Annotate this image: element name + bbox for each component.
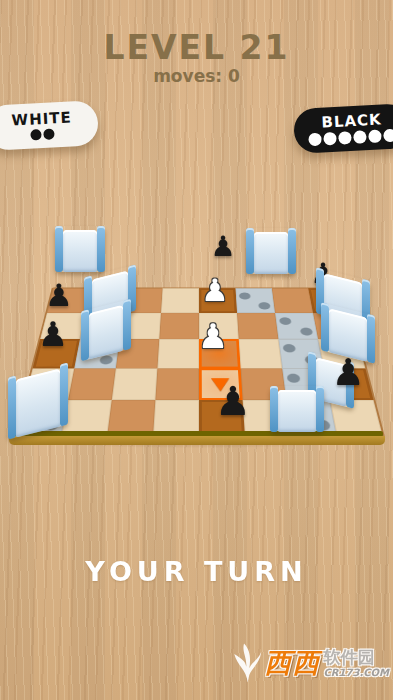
watermark-sprout-icon	[232, 641, 262, 685]
piece-dot	[383, 129, 393, 143]
board-cell-1-5[interactable]	[237, 313, 278, 340]
white-player-label: WHITE	[11, 109, 72, 128]
wall-post	[97, 226, 105, 272]
board-cell-3-6[interactable]	[282, 368, 330, 400]
piece-dot	[43, 128, 55, 140]
board-cell-1-3[interactable]	[159, 313, 199, 340]
black-player-badge: BLACK	[293, 103, 393, 154]
board-side-edge	[9, 436, 385, 445]
piece-dot	[353, 130, 367, 144]
wall-barrier	[55, 226, 105, 272]
piece-dot	[323, 132, 337, 146]
board-cell-2-6[interactable]	[278, 339, 323, 368]
black-pieces-dots	[308, 129, 393, 147]
wall-post	[367, 314, 375, 364]
white-figure[interactable]: ♟	[201, 275, 229, 306]
board-cell-0-2[interactable]	[123, 288, 163, 312]
black-figure[interactable]: ♟	[310, 260, 335, 288]
board-cell-1-7[interactable]	[313, 313, 358, 340]
board-cell-2-2[interactable]	[116, 339, 159, 368]
white-pieces-dots	[30, 128, 55, 140]
level-title: LEVEL 21	[0, 28, 393, 67]
watermark-suffix: 软件园	[323, 649, 389, 666]
game-screen: LEVEL 21 moves: 0 WHITE BLACK ▼ ♟♟♟♟♟♟♟♟…	[0, 0, 393, 700]
turn-status: YOUR TURN	[0, 556, 393, 587]
black-figure[interactable]: ♟	[45, 280, 73, 311]
wall-post	[55, 226, 63, 272]
watermark-site: CR173.COM	[323, 668, 389, 678]
watermark-brand: 西西	[264, 645, 320, 681]
board-cell-0-6[interactable]	[272, 288, 313, 312]
board-cell-3-1[interactable]	[68, 368, 116, 400]
black-figure[interactable]: ♟	[215, 381, 251, 421]
white-figure[interactable]: ♟	[198, 319, 228, 353]
wall-face	[63, 230, 97, 272]
piece-dot	[30, 129, 42, 141]
piece-dot	[338, 131, 352, 145]
wall-post	[362, 279, 370, 327]
board-cell-3-2[interactable]	[112, 368, 158, 400]
board-cell-1-1[interactable]	[80, 313, 123, 340]
moves-counter: moves: 0	[0, 66, 393, 86]
board-cell-1-2[interactable]	[120, 313, 161, 340]
white-player-badge: WHITE	[0, 100, 99, 151]
board-cell-1-6[interactable]	[275, 313, 318, 340]
wall-post	[288, 228, 296, 274]
wall-barrier	[246, 228, 296, 274]
board-cell-0-5[interactable]	[235, 288, 275, 312]
piece-dot	[308, 133, 322, 147]
wall-face	[254, 232, 288, 274]
board-cell-3-0[interactable]	[24, 368, 74, 400]
board-cell-0-1[interactable]	[85, 288, 126, 312]
board-cell-0-7[interactable]	[308, 288, 351, 312]
board-cell-2-3[interactable]	[157, 339, 199, 368]
board-cell-3-3[interactable]	[155, 368, 199, 400]
watermark: 西西 软件园 CR173.COM	[232, 641, 389, 685]
piece-dot	[368, 129, 382, 143]
black-player-label: BLACK	[321, 111, 382, 130]
black-figure[interactable]: ♟	[38, 317, 68, 351]
black-figure[interactable]: ♟	[210, 233, 235, 261]
board-cell-2-1[interactable]	[74, 339, 119, 368]
board-cell-0-3[interactable]	[161, 288, 199, 312]
black-figure[interactable]: ♟	[331, 354, 364, 391]
board-cell-2-5[interactable]	[239, 339, 282, 368]
wall-post	[246, 228, 254, 274]
